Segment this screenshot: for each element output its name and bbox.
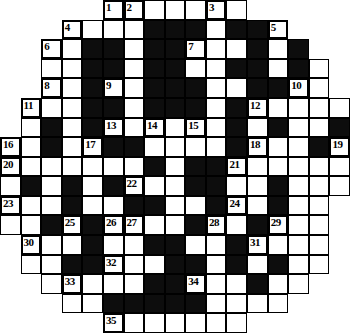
crossword-cell[interactable]: 5 bbox=[268, 20, 289, 40]
crossword-cell[interactable]: 19 bbox=[329, 137, 350, 157]
black-cell bbox=[82, 98, 103, 118]
black-cell bbox=[144, 235, 165, 255]
outside-area bbox=[21, 78, 42, 98]
crossword-cell[interactable] bbox=[206, 235, 227, 255]
crossword-cell[interactable] bbox=[288, 137, 309, 157]
crossword-cell[interactable] bbox=[124, 59, 145, 79]
crossword-cell[interactable] bbox=[144, 0, 165, 20]
black-cell bbox=[144, 196, 165, 216]
outside-area bbox=[0, 0, 21, 20]
clue-number: 19 bbox=[332, 139, 342, 151]
crossword-cell[interactable] bbox=[62, 235, 83, 255]
outside-area bbox=[21, 313, 42, 333]
crossword-cell[interactable] bbox=[21, 196, 42, 216]
outside-area bbox=[329, 255, 350, 275]
outside-area bbox=[329, 59, 350, 79]
clue-number: 22 bbox=[127, 178, 137, 190]
clue-number: 16 bbox=[3, 139, 13, 151]
clue-number: 1 bbox=[106, 2, 111, 14]
black-cell bbox=[185, 294, 206, 314]
crossword-cell[interactable] bbox=[206, 313, 227, 333]
crossword-cell[interactable] bbox=[103, 157, 124, 177]
outside-area bbox=[0, 39, 21, 59]
outside-area bbox=[41, 313, 62, 333]
crossword-cell[interactable] bbox=[124, 20, 145, 40]
crossword-cell[interactable] bbox=[268, 39, 289, 59]
black-cell bbox=[165, 274, 186, 294]
crossword-cell[interactable]: 23 bbox=[0, 196, 21, 216]
crossword-cell[interactable] bbox=[288, 196, 309, 216]
crossword-cell[interactable] bbox=[206, 274, 227, 294]
black-cell bbox=[82, 235, 103, 255]
crossword-cell[interactable] bbox=[206, 20, 227, 40]
crossword-cell[interactable] bbox=[329, 98, 350, 118]
crossword-cell[interactable] bbox=[247, 157, 268, 177]
crossword-cell[interactable] bbox=[124, 313, 145, 333]
crossword-cell[interactable]: 7 bbox=[185, 39, 206, 59]
black-cell bbox=[206, 196, 227, 216]
crossword-cell[interactable]: 6 bbox=[41, 39, 62, 59]
outside-area bbox=[329, 20, 350, 40]
black-cell bbox=[226, 118, 247, 138]
black-cell bbox=[268, 176, 289, 196]
black-cell bbox=[62, 176, 83, 196]
clue-number: 27 bbox=[127, 217, 137, 229]
crossword-cell[interactable] bbox=[226, 78, 247, 98]
clue-number: 15 bbox=[188, 120, 198, 132]
crossword-cell[interactable] bbox=[226, 215, 247, 235]
outside-area bbox=[0, 78, 21, 98]
outside-area bbox=[0, 118, 21, 138]
outside-area bbox=[247, 0, 268, 20]
crossword-cell[interactable] bbox=[288, 98, 309, 118]
crossword-cell[interactable] bbox=[309, 176, 330, 196]
crossword-cell[interactable] bbox=[226, 313, 247, 333]
clue-number: 17 bbox=[85, 139, 95, 151]
crossword-cell[interactable] bbox=[329, 176, 350, 196]
crossword-cell[interactable]: 3 bbox=[206, 0, 227, 20]
black-cell bbox=[41, 215, 62, 235]
crossword-cell[interactable] bbox=[21, 255, 42, 275]
crossword-cell[interactable] bbox=[206, 39, 227, 59]
black-cell bbox=[165, 59, 186, 79]
crossword-cell[interactable] bbox=[226, 274, 247, 294]
crossword-cell[interactable]: 31 bbox=[247, 235, 268, 255]
crossword-cell[interactable] bbox=[62, 137, 83, 157]
black-cell bbox=[144, 20, 165, 40]
outside-area bbox=[41, 20, 62, 40]
outside-area bbox=[329, 39, 350, 59]
black-cell bbox=[185, 215, 206, 235]
black-cell bbox=[82, 39, 103, 59]
crossword-cell[interactable] bbox=[268, 59, 289, 79]
crossword-cell[interactable] bbox=[124, 235, 145, 255]
crossword-cell[interactable] bbox=[62, 39, 83, 59]
clue-number: 13 bbox=[106, 120, 116, 132]
outside-area bbox=[329, 235, 350, 255]
crossword-cell[interactable]: 20 bbox=[0, 157, 21, 177]
crossword-cell[interactable] bbox=[247, 255, 268, 275]
black-cell bbox=[288, 39, 309, 59]
crossword-cell[interactable] bbox=[21, 118, 42, 138]
clue-number: 26 bbox=[106, 217, 116, 229]
crossword-cell[interactable]: 14 bbox=[144, 118, 165, 138]
crossword-cell[interactable] bbox=[206, 59, 227, 79]
outside-area bbox=[0, 235, 21, 255]
crossword-cell[interactable] bbox=[247, 294, 268, 314]
clue-number: 14 bbox=[147, 120, 157, 132]
crossword-cell[interactable] bbox=[226, 39, 247, 59]
crossword-cell[interactable] bbox=[226, 294, 247, 314]
black-cell bbox=[144, 59, 165, 79]
crossword-cell[interactable] bbox=[82, 176, 103, 196]
crossword-cell[interactable]: 33 bbox=[62, 274, 83, 294]
crossword-cell[interactable] bbox=[103, 274, 124, 294]
crossword-cell[interactable] bbox=[206, 137, 227, 157]
crossword-cell[interactable] bbox=[185, 235, 206, 255]
crossword-cell[interactable] bbox=[62, 157, 83, 177]
black-cell bbox=[82, 118, 103, 138]
clue-number: 8 bbox=[44, 80, 49, 92]
black-cell bbox=[268, 78, 289, 98]
black-cell bbox=[41, 137, 62, 157]
outside-area bbox=[0, 59, 21, 79]
crossword-cell[interactable] bbox=[103, 196, 124, 216]
crossword-cell[interactable] bbox=[62, 78, 83, 98]
crossword-cell[interactable] bbox=[185, 313, 206, 333]
crossword-cell[interactable]: 15 bbox=[185, 118, 206, 138]
black-cell bbox=[165, 235, 186, 255]
crossword-cell[interactable] bbox=[41, 255, 62, 275]
crossword-cell[interactable] bbox=[41, 235, 62, 255]
crossword-cell[interactable] bbox=[206, 255, 227, 275]
crossword-cell[interactable]: 28 bbox=[206, 215, 227, 235]
outside-area bbox=[288, 294, 309, 314]
crossword-cell[interactable]: 27 bbox=[124, 215, 145, 235]
crossword-cell[interactable] bbox=[288, 157, 309, 177]
crossword-cell[interactable] bbox=[41, 98, 62, 118]
clue-number: 9 bbox=[106, 80, 111, 92]
outside-area bbox=[329, 294, 350, 314]
outside-area bbox=[21, 20, 42, 40]
crossword-cell[interactable] bbox=[288, 274, 309, 294]
outside-area bbox=[0, 313, 21, 333]
crossword-cell[interactable] bbox=[21, 137, 42, 157]
outside-area bbox=[21, 59, 42, 79]
black-cell bbox=[206, 157, 227, 177]
crossword-cell[interactable] bbox=[247, 118, 268, 138]
crossword-cell[interactable] bbox=[62, 294, 83, 314]
clue-number: 23 bbox=[3, 198, 13, 210]
crossword-cell[interactable]: 16 bbox=[0, 137, 21, 157]
clue-number: 11 bbox=[24, 100, 33, 112]
black-cell bbox=[124, 196, 145, 216]
outside-area bbox=[288, 0, 309, 20]
crossword-cell[interactable] bbox=[309, 235, 330, 255]
outside-area bbox=[309, 294, 330, 314]
crossword-cell[interactable] bbox=[165, 118, 186, 138]
outside-area bbox=[62, 313, 83, 333]
crossword-cell[interactable]: 24 bbox=[226, 196, 247, 216]
black-cell bbox=[41, 118, 62, 138]
crossword-cell[interactable] bbox=[82, 294, 103, 314]
black-cell bbox=[226, 255, 247, 275]
crossword-cell[interactable] bbox=[185, 0, 206, 20]
crossword-cell[interactable] bbox=[41, 196, 62, 216]
crossword-cell[interactable] bbox=[165, 176, 186, 196]
clue-number: 28 bbox=[209, 217, 219, 229]
crossword-cell[interactable] bbox=[288, 215, 309, 235]
clue-number: 10 bbox=[291, 80, 301, 92]
crossword-cell[interactable]: 12 bbox=[247, 98, 268, 118]
crossword-cell[interactable] bbox=[309, 196, 330, 216]
crossword-cell[interactable]: 18 bbox=[247, 137, 268, 157]
crossword-cell[interactable] bbox=[206, 98, 227, 118]
clue-number: 24 bbox=[229, 198, 239, 210]
clue-number: 33 bbox=[65, 276, 75, 288]
crossword-cell[interactable] bbox=[82, 196, 103, 216]
black-cell bbox=[247, 78, 268, 98]
crossword-cell[interactable] bbox=[309, 215, 330, 235]
outside-area bbox=[62, 0, 83, 20]
crossword-cell[interactable] bbox=[288, 118, 309, 138]
crossword-cell[interactable]: 1 bbox=[103, 0, 124, 20]
outside-area bbox=[288, 313, 309, 333]
crossword-cell[interactable] bbox=[288, 235, 309, 255]
crossword-cell[interactable] bbox=[41, 59, 62, 79]
crossword-cell[interactable] bbox=[309, 118, 330, 138]
clue-number: 30 bbox=[24, 237, 34, 249]
outside-area bbox=[309, 313, 330, 333]
outside-area bbox=[82, 313, 103, 333]
clue-number: 6 bbox=[44, 41, 49, 53]
outside-area bbox=[41, 294, 62, 314]
crossword-cell[interactable] bbox=[124, 78, 145, 98]
crossword-cell[interactable] bbox=[268, 98, 289, 118]
black-cell bbox=[103, 59, 124, 79]
black-cell bbox=[144, 78, 165, 98]
clue-number: 12 bbox=[250, 100, 260, 112]
crossword-cell[interactable] bbox=[165, 313, 186, 333]
crossword-cell[interactable] bbox=[309, 157, 330, 177]
crossword-cell[interactable] bbox=[185, 196, 206, 216]
crossword-cell[interactable]: 21 bbox=[226, 157, 247, 177]
crossword-cell[interactable] bbox=[21, 215, 42, 235]
black-cell bbox=[185, 255, 206, 275]
outside-area bbox=[268, 0, 289, 20]
crossword-cell[interactable] bbox=[247, 196, 268, 216]
outside-area bbox=[329, 274, 350, 294]
black-cell bbox=[144, 294, 165, 314]
crossword-cell[interactable] bbox=[165, 0, 186, 20]
crossword-cell[interactable] bbox=[124, 39, 145, 59]
black-cell bbox=[124, 294, 145, 314]
crossword-cell[interactable] bbox=[62, 98, 83, 118]
crossword-cell[interactable] bbox=[165, 157, 186, 177]
crossword-cell[interactable] bbox=[144, 313, 165, 333]
crossword-cell[interactable] bbox=[268, 137, 289, 157]
crossword-cell[interactable]: 22 bbox=[124, 176, 145, 196]
crossword-cell[interactable] bbox=[0, 176, 21, 196]
crossword-cell[interactable]: 10 bbox=[288, 78, 309, 98]
crossword-cell[interactable] bbox=[0, 215, 21, 235]
crossword-cell[interactable]: 13 bbox=[103, 118, 124, 138]
crossword-cell[interactable] bbox=[103, 20, 124, 40]
outside-area bbox=[0, 274, 21, 294]
crossword-cell[interactable] bbox=[62, 118, 83, 138]
black-cell bbox=[62, 255, 83, 275]
crossword-cell[interactable]: 35 bbox=[103, 313, 124, 333]
crossword-cell[interactable] bbox=[62, 59, 83, 79]
outside-area bbox=[268, 313, 289, 333]
crossword-cell[interactable] bbox=[82, 274, 103, 294]
crossword-cell[interactable]: 11 bbox=[21, 98, 42, 118]
crossword-cell[interactable] bbox=[268, 294, 289, 314]
black-cell bbox=[247, 39, 268, 59]
crossword-cell[interactable] bbox=[144, 215, 165, 235]
crossword-cell[interactable] bbox=[82, 157, 103, 177]
crossword-cell[interactable]: 4 bbox=[62, 20, 83, 40]
crossword-cell[interactable] bbox=[309, 98, 330, 118]
clue-number: 7 bbox=[188, 41, 193, 53]
crossword-cell[interactable] bbox=[206, 118, 227, 138]
clue-number: 25 bbox=[65, 217, 75, 229]
clue-number: 34 bbox=[188, 276, 198, 288]
crossword-cell[interactable] bbox=[206, 294, 227, 314]
black-cell bbox=[268, 255, 289, 275]
crossword-cell[interactable] bbox=[41, 274, 62, 294]
crossword-cell[interactable] bbox=[247, 176, 268, 196]
black-cell bbox=[247, 274, 268, 294]
crossword-cell[interactable]: 32 bbox=[103, 255, 124, 275]
crossword-cell[interactable] bbox=[226, 0, 247, 20]
crossword-cell[interactable] bbox=[144, 255, 165, 275]
crossword-board: 1234567891011121314151617181920212223242… bbox=[0, 0, 350, 333]
crossword-cell[interactable]: 17 bbox=[82, 137, 103, 157]
black-cell bbox=[62, 196, 83, 216]
crossword-cell[interactable] bbox=[329, 157, 350, 177]
crossword-cell[interactable] bbox=[268, 274, 289, 294]
black-cell bbox=[82, 59, 103, 79]
outside-area bbox=[329, 215, 350, 235]
crossword-cell[interactable] bbox=[309, 78, 330, 98]
outside-area bbox=[329, 0, 350, 20]
crossword-cell[interactable]: 29 bbox=[268, 215, 289, 235]
clue-number: 32 bbox=[106, 257, 116, 269]
crossword-cell[interactable] bbox=[124, 274, 145, 294]
black-cell bbox=[288, 59, 309, 79]
black-cell bbox=[165, 78, 186, 98]
crossword-cell[interactable] bbox=[41, 176, 62, 196]
black-cell bbox=[144, 157, 165, 177]
clue-number: 20 bbox=[3, 159, 13, 171]
crossword-cell[interactable] bbox=[309, 59, 330, 79]
black-cell bbox=[144, 274, 165, 294]
clue-number: 5 bbox=[271, 22, 276, 34]
crossword-cell[interactable] bbox=[21, 157, 42, 177]
clue-number: 21 bbox=[229, 159, 239, 171]
crossword-cell[interactable] bbox=[268, 157, 289, 177]
outside-area bbox=[329, 196, 350, 216]
black-cell bbox=[185, 98, 206, 118]
black-cell bbox=[226, 20, 247, 40]
black-cell bbox=[185, 176, 206, 196]
black-cell bbox=[103, 98, 124, 118]
outside-area bbox=[247, 313, 268, 333]
outside-area bbox=[21, 294, 42, 314]
outside-area bbox=[0, 20, 21, 40]
black-cell bbox=[329, 118, 350, 138]
crossword-cell[interactable]: 34 bbox=[185, 274, 206, 294]
crossword-cell[interactable] bbox=[144, 176, 165, 196]
outside-area bbox=[288, 20, 309, 40]
black-cell bbox=[185, 157, 206, 177]
black-cell bbox=[165, 39, 186, 59]
crossword-cell[interactable] bbox=[226, 176, 247, 196]
outside-area bbox=[0, 98, 21, 118]
black-cell bbox=[226, 59, 247, 79]
crossword-cell[interactable] bbox=[165, 215, 186, 235]
crossword-cell[interactable] bbox=[268, 235, 289, 255]
black-cell bbox=[226, 98, 247, 118]
crossword-cell[interactable] bbox=[144, 137, 165, 157]
crossword-cell[interactable] bbox=[124, 118, 145, 138]
crossword-cell[interactable] bbox=[103, 235, 124, 255]
black-cell bbox=[185, 20, 206, 40]
outside-area bbox=[41, 0, 62, 20]
crossword-cell[interactable]: 25 bbox=[62, 215, 83, 235]
black-cell bbox=[21, 176, 42, 196]
crossword-cell[interactable]: 9 bbox=[103, 78, 124, 98]
black-cell bbox=[309, 137, 330, 157]
black-cell bbox=[103, 137, 124, 157]
clue-number: 29 bbox=[271, 217, 281, 229]
outside-area bbox=[329, 78, 350, 98]
crossword-cell[interactable] bbox=[288, 176, 309, 196]
outside-area bbox=[21, 0, 42, 20]
crossword-cell[interactable]: 8 bbox=[41, 78, 62, 98]
black-cell bbox=[165, 294, 186, 314]
black-cell bbox=[247, 20, 268, 40]
crossword-puzzle: 1234567891011121314151617181920212223242… bbox=[0, 0, 350, 333]
crossword-cell[interactable]: 30 bbox=[21, 235, 42, 255]
black-cell bbox=[144, 39, 165, 59]
crossword-cell[interactable] bbox=[206, 78, 227, 98]
black-cell bbox=[206, 176, 227, 196]
crossword-cell[interactable] bbox=[165, 137, 186, 157]
crossword-cell[interactable] bbox=[124, 98, 145, 118]
outside-area bbox=[309, 20, 330, 40]
crossword-cell[interactable] bbox=[41, 157, 62, 177]
crossword-cell[interactable] bbox=[185, 59, 206, 79]
crossword-cell[interactable] bbox=[82, 20, 103, 40]
crossword-cell[interactable] bbox=[288, 255, 309, 275]
black-cell bbox=[82, 78, 103, 98]
crossword-cell[interactable] bbox=[309, 255, 330, 275]
outside-area bbox=[21, 39, 42, 59]
black-cell bbox=[226, 137, 247, 157]
crossword-cell[interactable]: 26 bbox=[103, 215, 124, 235]
black-cell bbox=[103, 39, 124, 59]
crossword-cell[interactable] bbox=[124, 157, 145, 177]
crossword-cell[interactable]: 2 bbox=[124, 0, 145, 20]
black-cell bbox=[103, 176, 124, 196]
crossword-cell[interactable] bbox=[124, 255, 145, 275]
clue-number: 3 bbox=[209, 2, 214, 14]
black-cell bbox=[226, 235, 247, 255]
crossword-cell[interactable] bbox=[185, 137, 206, 157]
crossword-cell[interactable] bbox=[165, 196, 186, 216]
